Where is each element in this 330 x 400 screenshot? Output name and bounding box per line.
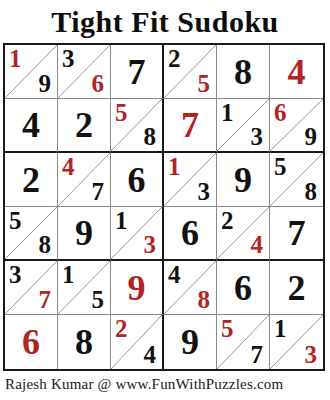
digit-bottom-right: 8 xyxy=(198,287,211,312)
digit-bottom-right: 6 xyxy=(92,71,105,96)
cell-r1c3[interactable]: 7 xyxy=(111,45,164,99)
digit: 9 xyxy=(164,315,216,369)
digit-top-left: 1 xyxy=(274,316,287,341)
cell-r3c1[interactable]: 2 xyxy=(5,153,58,207)
cell-r6c4[interactable]: 9 xyxy=(164,315,217,369)
digit-bottom-right: 7 xyxy=(92,179,105,204)
cell-r4c6[interactable]: 7 xyxy=(270,207,323,261)
digit: 4 xyxy=(5,99,57,151)
digit: 2 xyxy=(5,153,57,206)
digit: 6 xyxy=(217,261,269,314)
digit: 7 xyxy=(164,99,216,151)
cell-r5c1[interactable]: 37 xyxy=(5,261,58,315)
digit: 6 xyxy=(164,207,216,259)
cell-r3c2[interactable]: 47 xyxy=(58,153,111,207)
digit-bottom-right: 7 xyxy=(251,342,264,367)
digit-top-left: 4 xyxy=(62,154,75,179)
digit-bottom-right: 8 xyxy=(305,179,318,204)
cell-r3c5[interactable]: 9 xyxy=(217,153,270,207)
cell-r1c2[interactable]: 36 xyxy=(58,45,111,99)
digit-top-left: 4 xyxy=(168,262,181,287)
sudoku-board: 1936725844258713692476139585891362473715… xyxy=(3,43,325,371)
digit-bottom-right: 4 xyxy=(144,342,157,367)
digit-top-left: 2 xyxy=(115,316,128,341)
digit: 6 xyxy=(5,315,57,369)
attribution-text: Rajesh Kumar @ www.FunWithPuzzles.com xyxy=(5,376,330,393)
digit: 2 xyxy=(270,261,323,314)
cell-r5c5[interactable]: 6 xyxy=(217,261,270,315)
cell-r5c4[interactable]: 48 xyxy=(164,261,217,315)
digit: 9 xyxy=(217,153,269,206)
cell-r6c1[interactable]: 6 xyxy=(5,315,58,369)
cell-r1c6[interactable]: 4 xyxy=(270,45,323,99)
digit: 6 xyxy=(111,153,162,206)
cell-r3c6[interactable]: 58 xyxy=(270,153,323,207)
cell-r3c4[interactable]: 13 xyxy=(164,153,217,207)
digit-top-left: 5 xyxy=(274,154,287,179)
cell-r5c3[interactable]: 9 xyxy=(111,261,164,315)
digit-bottom-right: 9 xyxy=(305,124,318,149)
digit-bottom-right: 4 xyxy=(251,232,264,257)
digit-bottom-right: 5 xyxy=(92,287,105,312)
cell-r2c3[interactable]: 58 xyxy=(111,99,164,153)
digit-top-left: 2 xyxy=(221,208,234,233)
cell-r5c2[interactable]: 15 xyxy=(58,261,111,315)
digit-bottom-right: 5 xyxy=(198,71,211,96)
digit-bottom-right: 3 xyxy=(305,342,318,367)
cell-r4c5[interactable]: 24 xyxy=(217,207,270,261)
digit-bottom-right: 3 xyxy=(251,124,264,149)
cell-r2c6[interactable]: 69 xyxy=(270,99,323,153)
cell-r2c1[interactable]: 4 xyxy=(5,99,58,153)
digit-top-left: 5 xyxy=(9,208,22,233)
digit: 8 xyxy=(217,45,269,98)
digit-top-left: 1 xyxy=(221,100,234,125)
cell-r1c5[interactable]: 8 xyxy=(217,45,270,99)
digit-top-left: 3 xyxy=(9,262,22,287)
cell-r6c2[interactable]: 8 xyxy=(58,315,111,369)
digit: 2 xyxy=(58,99,110,151)
digit-top-left: 1 xyxy=(9,46,22,71)
digit-bottom-right: 3 xyxy=(144,232,157,257)
digit: 9 xyxy=(111,261,162,314)
digit: 8 xyxy=(58,315,110,369)
cell-r3c3[interactable]: 6 xyxy=(111,153,164,207)
digit: 7 xyxy=(270,207,323,259)
cell-r2c5[interactable]: 13 xyxy=(217,99,270,153)
cell-r4c3[interactable]: 13 xyxy=(111,207,164,261)
cell-r6c3[interactable]: 24 xyxy=(111,315,164,369)
digit: 9 xyxy=(58,207,110,259)
digit-top-left: 5 xyxy=(221,316,234,341)
digit-top-left: 2 xyxy=(168,46,181,71)
digit-top-left: 1 xyxy=(62,262,75,287)
digit-bottom-right: 8 xyxy=(39,232,52,257)
cell-r6c5[interactable]: 57 xyxy=(217,315,270,369)
cell-r4c4[interactable]: 6 xyxy=(164,207,217,261)
digit-bottom-right: 3 xyxy=(198,179,211,204)
cell-r4c2[interactable]: 9 xyxy=(58,207,111,261)
digit: 7 xyxy=(111,45,162,98)
digit-bottom-right: 7 xyxy=(39,287,52,312)
digit-bottom-right: 8 xyxy=(144,124,157,149)
digit-bottom-right: 9 xyxy=(39,71,52,96)
cell-r1c1[interactable]: 19 xyxy=(5,45,58,99)
cell-r4c1[interactable]: 58 xyxy=(5,207,58,261)
digit-top-left: 1 xyxy=(115,208,128,233)
puzzle-title: Tight Fit Sudoku xyxy=(0,4,330,40)
cell-r1c4[interactable]: 25 xyxy=(164,45,217,99)
cell-r6c6[interactable]: 13 xyxy=(270,315,323,369)
digit-top-left: 1 xyxy=(168,154,181,179)
digit: 4 xyxy=(270,45,323,98)
digit-top-left: 5 xyxy=(115,100,128,125)
digit-top-left: 6 xyxy=(274,100,287,125)
cell-r2c4[interactable]: 7 xyxy=(164,99,217,153)
cell-r2c2[interactable]: 2 xyxy=(58,99,111,153)
cell-r5c6[interactable]: 2 xyxy=(270,261,323,315)
digit-top-left: 3 xyxy=(62,46,75,71)
